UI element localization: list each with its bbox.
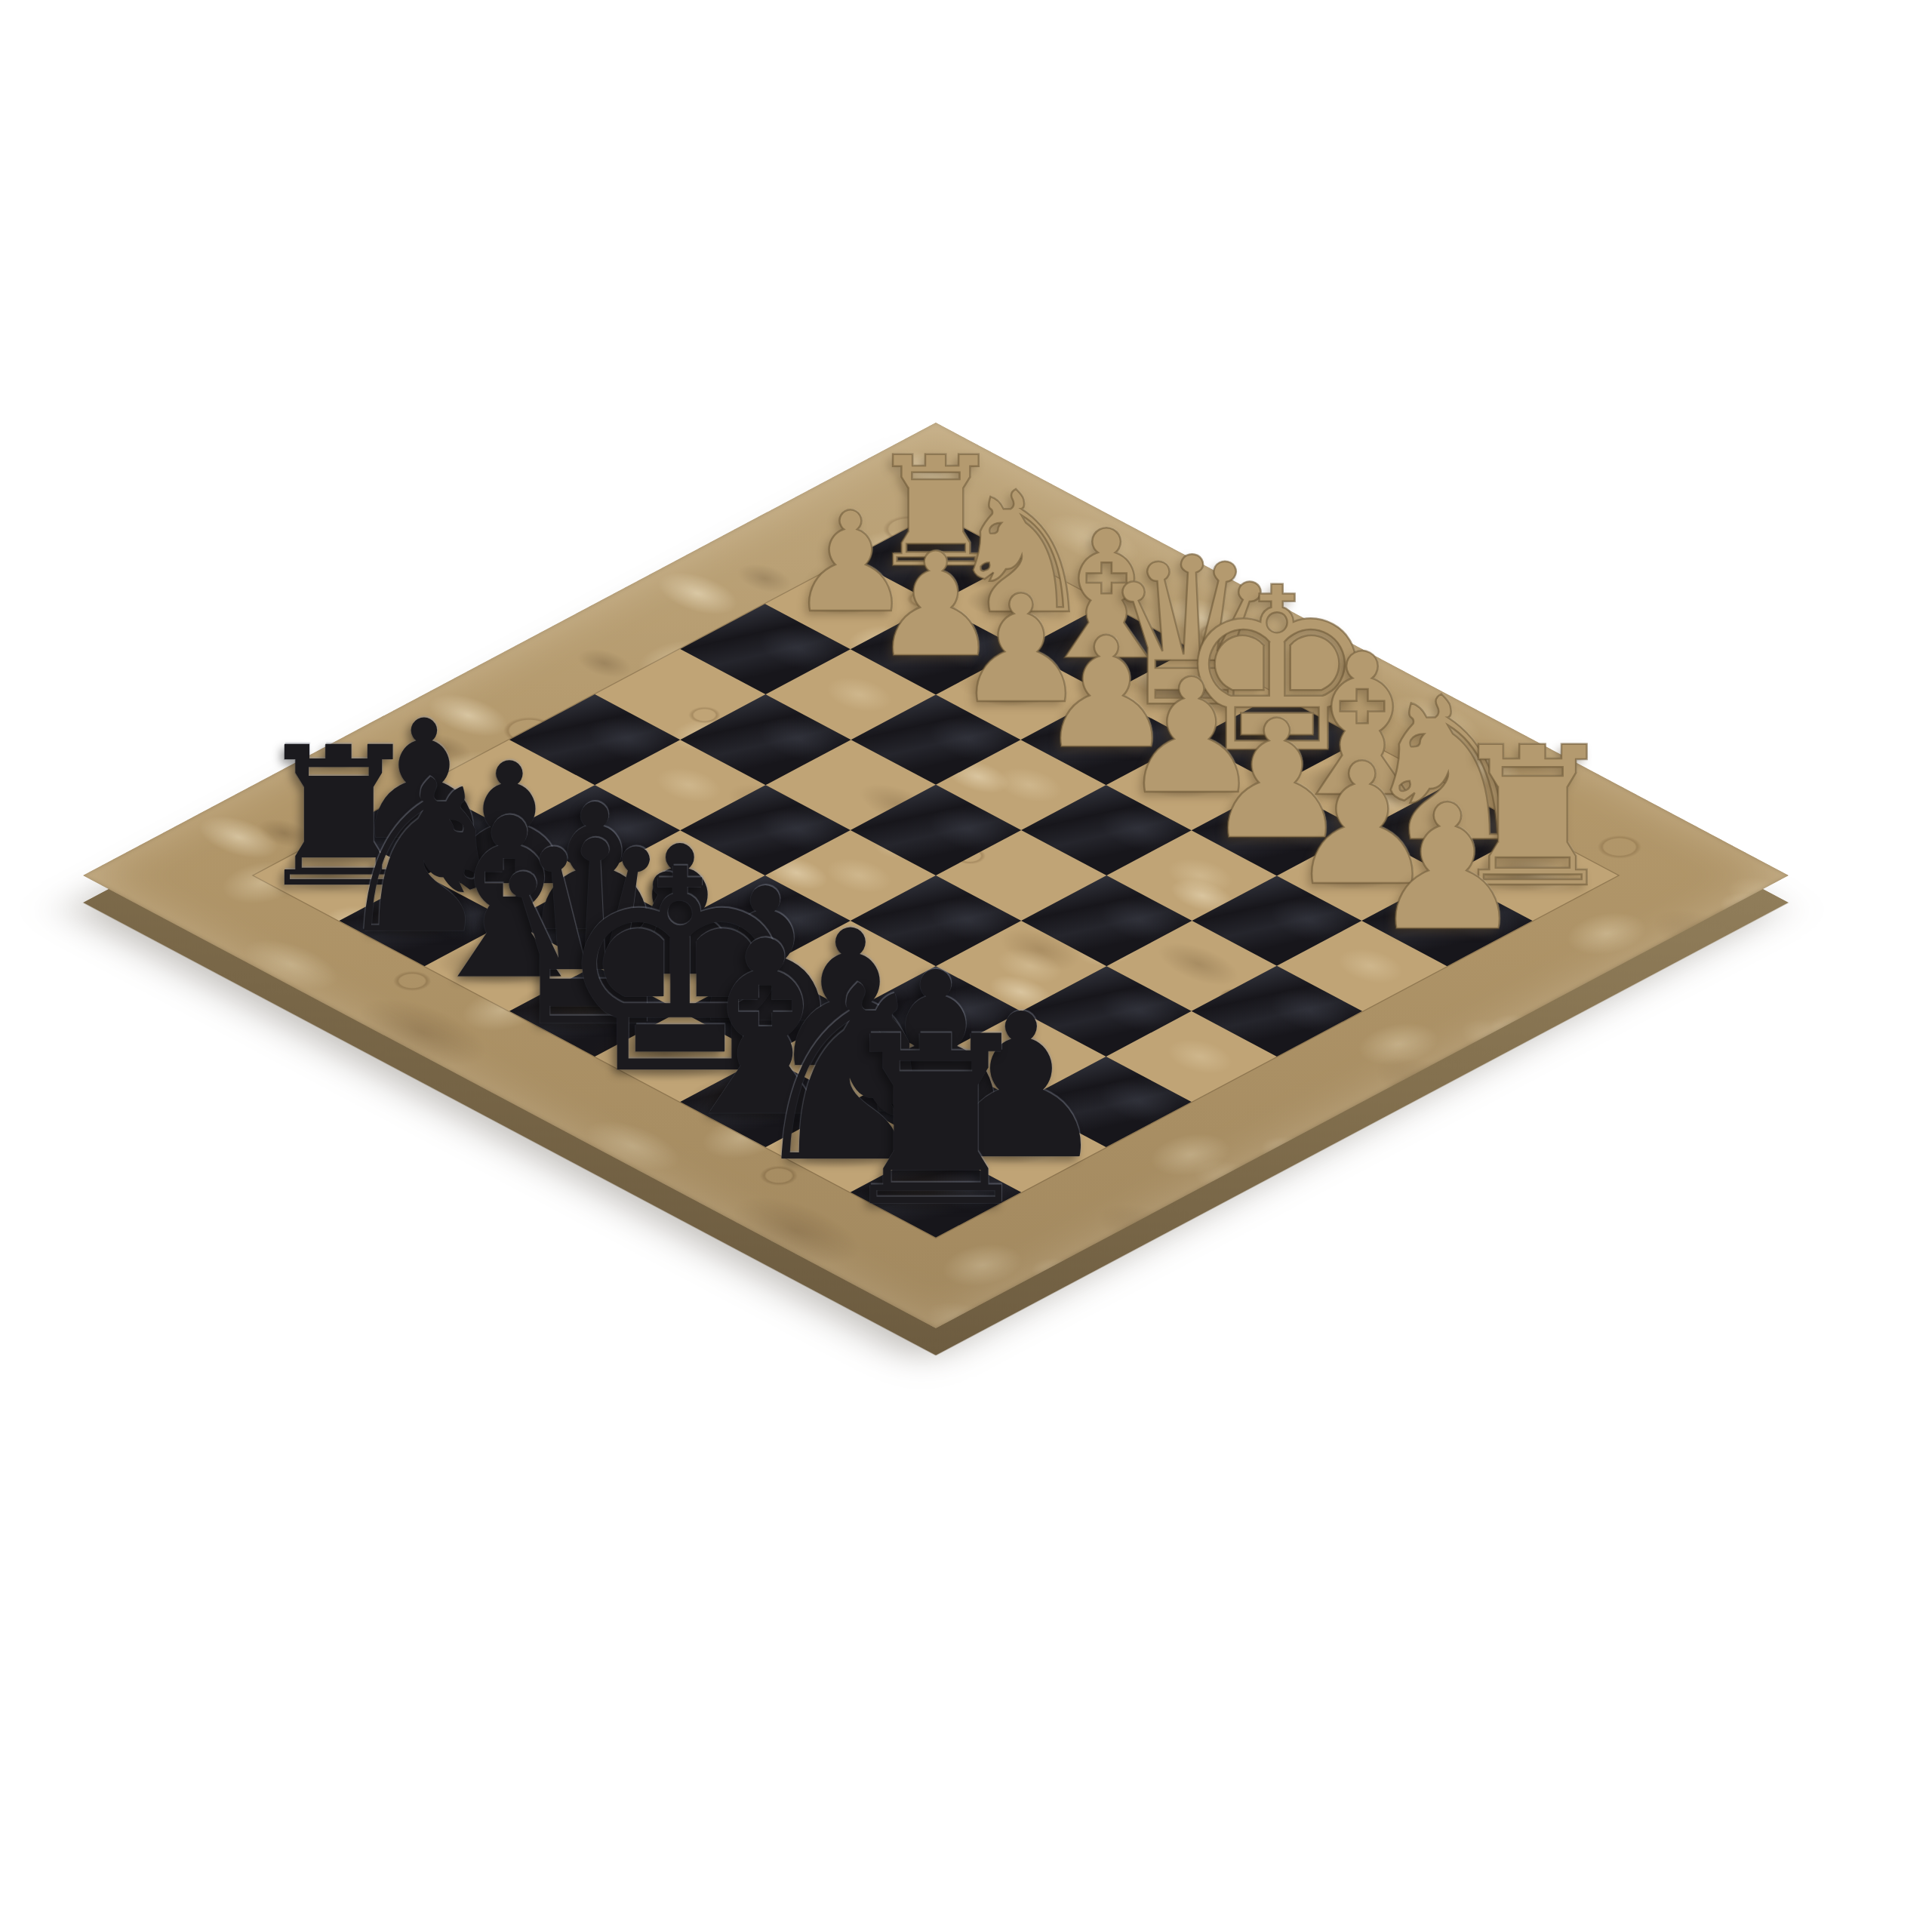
piece-black-rook-h8: ♜: [831, 1006, 1040, 1239]
product-photo-scene: ♜♞♟♝♟♛♟♚♟♝♟♞♟♟♜♟♟♜♟♟♞♟♝♟♛♟♚♟♝♟♞♜: [0, 0, 1932, 1932]
pieces-layer: ♜♞♟♝♟♛♟♚♟♝♟♞♟♟♜♟♟♜♟♟♞♟♝♟♛♟♚♟♝♟♞♜: [0, 0, 1932, 1932]
piece-white-pawn-h2: ♟: [1370, 782, 1525, 955]
